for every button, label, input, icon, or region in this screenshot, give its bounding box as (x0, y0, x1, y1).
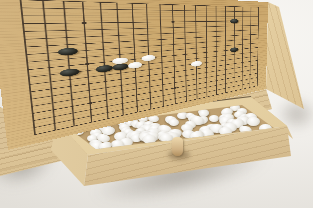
go-board-photo (0, 0, 313, 208)
star-point (171, 21, 174, 23)
star-point (82, 22, 87, 24)
star-point (172, 55, 175, 57)
star-point (85, 63, 90, 65)
star-point (173, 87, 176, 89)
drawer-knob (172, 137, 183, 156)
star-point (233, 77, 235, 79)
